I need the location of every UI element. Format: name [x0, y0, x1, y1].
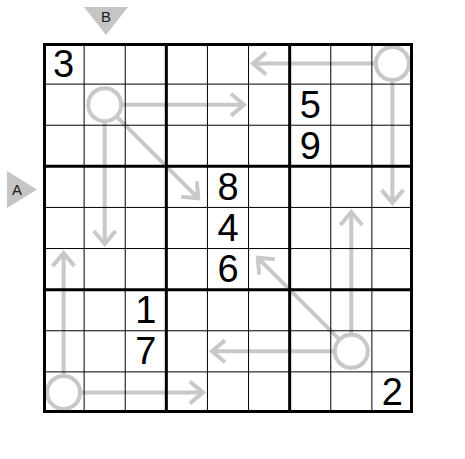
cell-r3c1[interactable]: [43, 125, 84, 166]
cell-r9c8[interactable]: [331, 372, 372, 413]
cell-r3c4[interactable]: [166, 125, 207, 166]
cell-r2c3[interactable]: [125, 84, 166, 125]
cell-r7c3[interactable]: 1: [125, 290, 166, 331]
cell-r1c9[interactable]: [372, 43, 413, 84]
cell-r8c2[interactable]: [84, 331, 125, 372]
cell-r5c6[interactable]: [249, 207, 290, 248]
cell-r4c6[interactable]: [249, 166, 290, 207]
cell-r9c7[interactable]: [290, 372, 331, 413]
cell-r5c8[interactable]: [331, 207, 372, 248]
cell-r1c2[interactable]: [84, 43, 125, 84]
cell-r9c5[interactable]: [207, 372, 248, 413]
cell-r3c5[interactable]: [207, 125, 248, 166]
cell-r1c1[interactable]: 3: [43, 43, 84, 84]
cell-r1c8[interactable]: [331, 43, 372, 84]
cell-r5c1[interactable]: [43, 207, 84, 248]
cell-r6c6[interactable]: [249, 249, 290, 290]
digit-grid: 359846172: [43, 43, 413, 413]
cell-r2c8[interactable]: [331, 84, 372, 125]
cell-r7c8[interactable]: [331, 290, 372, 331]
puzzle-canvas: B A 359846172: [0, 0, 465, 459]
cell-r6c1[interactable]: [43, 249, 84, 290]
cell-r8c4[interactable]: [166, 331, 207, 372]
cell-r7c2[interactable]: [84, 290, 125, 331]
cell-r9c1[interactable]: [43, 372, 84, 413]
cell-r5c4[interactable]: [166, 207, 207, 248]
cell-r8c3[interactable]: 7: [125, 331, 166, 372]
cell-r9c3[interactable]: [125, 372, 166, 413]
cell-r1c5[interactable]: [207, 43, 248, 84]
sudoku-board: 359846172: [43, 43, 413, 413]
cell-r3c6[interactable]: [249, 125, 290, 166]
cell-r2c5[interactable]: [207, 84, 248, 125]
cell-r4c9[interactable]: [372, 166, 413, 207]
cell-r8c7[interactable]: [290, 331, 331, 372]
cell-r9c6[interactable]: [249, 372, 290, 413]
cell-r9c4[interactable]: [166, 372, 207, 413]
marker-a-label: A: [12, 181, 22, 198]
cell-r4c4[interactable]: [166, 166, 207, 207]
cell-r6c3[interactable]: [125, 249, 166, 290]
cell-r1c7[interactable]: [290, 43, 331, 84]
cell-r4c2[interactable]: [84, 166, 125, 207]
cell-r2c9[interactable]: [372, 84, 413, 125]
cell-r2c1[interactable]: [43, 84, 84, 125]
cell-r7c1[interactable]: [43, 290, 84, 331]
cell-r9c2[interactable]: [84, 372, 125, 413]
cell-r5c9[interactable]: [372, 207, 413, 248]
cell-r4c7[interactable]: [290, 166, 331, 207]
cell-r8c5[interactable]: [207, 331, 248, 372]
cell-r4c1[interactable]: [43, 166, 84, 207]
marker-a: A: [7, 171, 37, 208]
cell-r2c6[interactable]: [249, 84, 290, 125]
cell-r2c7[interactable]: 5: [290, 84, 331, 125]
cell-r3c8[interactable]: [331, 125, 372, 166]
cell-r7c4[interactable]: [166, 290, 207, 331]
cell-r2c2[interactable]: [84, 84, 125, 125]
cell-r7c5[interactable]: [207, 290, 248, 331]
cell-r5c5[interactable]: 4: [207, 207, 248, 248]
cell-r8c6[interactable]: [249, 331, 290, 372]
cell-r7c9[interactable]: [372, 290, 413, 331]
cell-r6c7[interactable]: [290, 249, 331, 290]
cell-r5c3[interactable]: [125, 207, 166, 248]
cell-r2c4[interactable]: [166, 84, 207, 125]
cell-r6c9[interactable]: [372, 249, 413, 290]
cell-r1c3[interactable]: [125, 43, 166, 84]
cell-r5c2[interactable]: [84, 207, 125, 248]
marker-b-label: B: [101, 8, 111, 25]
marker-b: B: [84, 7, 128, 35]
cell-r6c5[interactable]: 6: [207, 249, 248, 290]
cell-r6c4[interactable]: [166, 249, 207, 290]
cell-r3c2[interactable]: [84, 125, 125, 166]
cell-r3c7[interactable]: 9: [290, 125, 331, 166]
cell-r4c8[interactable]: [331, 166, 372, 207]
cell-r6c8[interactable]: [331, 249, 372, 290]
cell-r1c4[interactable]: [166, 43, 207, 84]
cell-r3c9[interactable]: [372, 125, 413, 166]
cell-r6c2[interactable]: [84, 249, 125, 290]
cell-r9c9[interactable]: 2: [372, 372, 413, 413]
cell-r5c7[interactable]: [290, 207, 331, 248]
cell-r8c1[interactable]: [43, 331, 84, 372]
cell-r4c5[interactable]: 8: [207, 166, 248, 207]
cell-r8c8[interactable]: [331, 331, 372, 372]
cell-r7c6[interactable]: [249, 290, 290, 331]
cell-r7c7[interactable]: [290, 290, 331, 331]
cell-r3c3[interactable]: [125, 125, 166, 166]
cell-r8c9[interactable]: [372, 331, 413, 372]
cell-r1c6[interactable]: [249, 43, 290, 84]
cell-r4c3[interactable]: [125, 166, 166, 207]
